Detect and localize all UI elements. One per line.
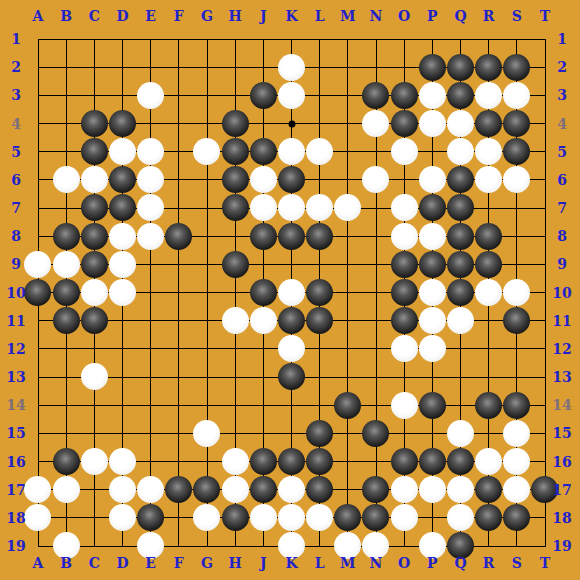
intersection-E14[interactable] (137, 391, 165, 419)
intersection-M17[interactable] (334, 475, 362, 503)
intersection-C2[interactable] (80, 53, 108, 81)
intersection-K11 (277, 306, 305, 334)
intersection-N14[interactable] (362, 391, 390, 419)
intersection-M12[interactable] (334, 335, 362, 363)
intersection-G1[interactable] (193, 25, 221, 53)
intersection-S4 (503, 109, 531, 137)
intersection-K4[interactable] (277, 109, 305, 137)
intersection-G10[interactable] (193, 278, 221, 306)
intersection-E16[interactable] (137, 447, 165, 475)
intersection-N11[interactable] (362, 306, 390, 334)
col-label-top-N: N (370, 9, 383, 23)
intersection-H15[interactable] (221, 419, 249, 447)
intersection-C14[interactable] (80, 391, 108, 419)
row-label-left-9: 9 (11, 257, 21, 271)
intersection-Q11 (446, 306, 474, 334)
intersection-K8 (277, 222, 305, 250)
intersection-H16 (221, 447, 249, 475)
intersection-K16 (277, 447, 305, 475)
col-label-bottom-D: D (116, 556, 128, 570)
intersection-Q10 (446, 278, 474, 306)
intersection-L1[interactable] (305, 25, 333, 53)
intersection-D2[interactable] (108, 53, 136, 81)
intersection-S9[interactable] (503, 250, 531, 278)
intersection-M16[interactable] (334, 447, 362, 475)
intersection-S16 (503, 447, 531, 475)
intersection-P14 (418, 391, 446, 419)
intersection-R14 (474, 391, 502, 419)
intersection-J6 (249, 166, 277, 194)
col-label-top-M: M (340, 9, 356, 23)
intersection-D12[interactable] (108, 335, 136, 363)
white-stone (137, 223, 164, 250)
intersection-B6 (52, 166, 80, 194)
white-stone (109, 279, 136, 306)
intersection-B4[interactable] (52, 109, 80, 137)
intersection-B3[interactable] (52, 81, 80, 109)
intersection-A8[interactable] (24, 222, 52, 250)
intersection-O15[interactable] (390, 419, 418, 447)
white-stone (137, 476, 164, 503)
black-stone (447, 251, 474, 278)
intersection-B5[interactable] (52, 138, 80, 166)
intersection-P5[interactable] (418, 138, 446, 166)
intersection-J9[interactable] (249, 250, 277, 278)
intersection-E10[interactable] (137, 278, 165, 306)
intersection-G11[interactable] (193, 306, 221, 334)
intersection-N9[interactable] (362, 250, 390, 278)
white-stone (391, 335, 418, 362)
intersection-F4[interactable] (165, 109, 193, 137)
intersection-N2[interactable] (362, 53, 390, 81)
col-label-bottom-S: S (512, 556, 522, 570)
intersection-F6[interactable] (165, 166, 193, 194)
intersection-A1[interactable] (24, 25, 52, 53)
intersection-O13[interactable] (390, 363, 418, 391)
black-stone (391, 307, 418, 334)
black-stone (419, 392, 446, 419)
white-stone (419, 476, 446, 503)
intersection-P13[interactable] (418, 363, 446, 391)
intersection-C7 (80, 194, 108, 222)
intersection-G2[interactable] (193, 53, 221, 81)
intersection-G8[interactable] (193, 222, 221, 250)
intersection-H10[interactable] (221, 278, 249, 306)
white-stone (447, 110, 474, 137)
black-stone (334, 392, 361, 419)
intersection-M15[interactable] (334, 419, 362, 447)
intersection-K15[interactable] (277, 419, 305, 447)
white-stone (447, 138, 474, 165)
intersection-A11[interactable] (24, 306, 52, 334)
intersection-G12[interactable] (193, 335, 221, 363)
intersection-K10 (277, 278, 305, 306)
intersection-Q13[interactable] (446, 363, 474, 391)
row-label-right-9: 9 (557, 257, 567, 271)
intersection-B11 (52, 306, 80, 334)
intersection-N13[interactable] (362, 363, 390, 391)
intersection-B2[interactable] (52, 53, 80, 81)
white-stone (278, 335, 305, 362)
intersection-B7[interactable] (52, 194, 80, 222)
intersection-C17[interactable] (80, 475, 108, 503)
black-stone (222, 251, 249, 278)
intersection-F5[interactable] (165, 138, 193, 166)
intersection-Q15 (446, 419, 474, 447)
white-stone (391, 138, 418, 165)
intersection-H1[interactable] (221, 25, 249, 53)
intersection-J15[interactable] (249, 419, 277, 447)
black-stone (447, 166, 474, 193)
intersection-F7[interactable] (165, 194, 193, 222)
intersection-M8[interactable] (334, 222, 362, 250)
intersection-A12[interactable] (24, 335, 52, 363)
white-stone (222, 476, 249, 503)
row-label-right-7: 7 (557, 201, 567, 215)
intersection-D13[interactable] (108, 363, 136, 391)
white-stone (222, 448, 249, 475)
col-label-top-T: T (540, 9, 550, 23)
intersection-G3[interactable] (193, 81, 221, 109)
black-stone (447, 279, 474, 306)
intersection-S7[interactable] (503, 194, 531, 222)
intersection-S11 (503, 306, 531, 334)
intersection-A7[interactable] (24, 194, 52, 222)
intersection-B15[interactable] (52, 419, 80, 447)
intersection-F11[interactable] (165, 306, 193, 334)
intersection-O3 (390, 81, 418, 109)
black-stone (278, 223, 305, 250)
intersection-E15[interactable] (137, 419, 165, 447)
intersection-M11[interactable] (334, 306, 362, 334)
intersection-H2[interactable] (221, 53, 249, 81)
intersection-T4[interactable] (531, 109, 559, 137)
black-stone (278, 363, 305, 390)
intersection-J14[interactable] (249, 391, 277, 419)
intersection-A6[interactable] (24, 166, 52, 194)
intersection-J17 (249, 475, 277, 503)
intersection-F12[interactable] (165, 335, 193, 363)
go-board[interactable]: AABBCCDDEEFFGGHHJJKKLLMMNNOOPPQQRRSSTT11… (0, 0, 580, 580)
intersection-N16[interactable] (362, 447, 390, 475)
black-stone (475, 223, 502, 250)
intersection-D6 (108, 166, 136, 194)
intersection-M4[interactable] (334, 109, 362, 137)
black-stone (165, 476, 192, 503)
black-stone (306, 307, 333, 334)
intersection-J8 (249, 222, 277, 250)
intersection-J1[interactable] (249, 25, 277, 53)
row-label-left-11: 11 (6, 314, 25, 328)
intersection-L6[interactable] (305, 166, 333, 194)
intersection-O6[interactable] (390, 166, 418, 194)
col-label-top-L: L (315, 9, 325, 23)
intersection-J12[interactable] (249, 335, 277, 363)
white-stone (334, 194, 361, 221)
intersection-T5[interactable] (531, 138, 559, 166)
row-label-left-7: 7 (11, 201, 21, 215)
intersection-A4[interactable] (24, 109, 52, 137)
black-stone (306, 420, 333, 447)
intersection-R17 (474, 475, 502, 503)
intersection-L18 (305, 504, 333, 532)
intersection-S8[interactable] (503, 222, 531, 250)
intersection-R13[interactable] (474, 363, 502, 391)
intersection-E2[interactable] (137, 53, 165, 81)
intersection-L17 (305, 475, 333, 503)
intersection-K1[interactable] (277, 25, 305, 53)
intersection-D11[interactable] (108, 306, 136, 334)
intersection-F2[interactable] (165, 53, 193, 81)
intersection-T8[interactable] (531, 222, 559, 250)
row-label-right-10: 10 (552, 286, 571, 300)
white-stone (109, 223, 136, 250)
black-stone (306, 279, 333, 306)
intersection-S1[interactable] (503, 25, 531, 53)
col-label-bottom-R: R (483, 556, 495, 570)
intersection-R1[interactable] (474, 25, 502, 53)
row-label-right-17: 17 (552, 483, 571, 497)
white-stone (81, 363, 108, 390)
intersection-P18[interactable] (418, 504, 446, 532)
intersection-A5[interactable] (24, 138, 52, 166)
intersection-B14[interactable] (52, 391, 80, 419)
intersection-C18[interactable] (80, 504, 108, 532)
intersection-O9 (390, 250, 418, 278)
white-stone (475, 166, 502, 193)
col-label-top-O: O (398, 9, 410, 23)
intersection-M13[interactable] (334, 363, 362, 391)
intersection-F1[interactable] (165, 25, 193, 53)
intersection-S12[interactable] (503, 335, 531, 363)
intersection-E18 (137, 504, 165, 532)
intersection-L9[interactable] (305, 250, 333, 278)
intersection-G9[interactable] (193, 250, 221, 278)
intersection-F13[interactable] (165, 363, 193, 391)
intersection-B18[interactable] (52, 504, 80, 532)
intersection-M5[interactable] (334, 138, 362, 166)
intersection-J13[interactable] (249, 363, 277, 391)
intersection-B13[interactable] (52, 363, 80, 391)
intersection-C3[interactable] (80, 81, 108, 109)
white-stone (503, 420, 530, 447)
intersection-E5 (137, 138, 165, 166)
intersection-B12[interactable] (52, 335, 80, 363)
black-stone (362, 420, 389, 447)
intersection-P9 (418, 250, 446, 278)
intersection-R15[interactable] (474, 419, 502, 447)
intersection-E1[interactable] (137, 25, 165, 53)
intersection-K14[interactable] (277, 391, 305, 419)
white-stone (278, 138, 305, 165)
intersection-H9 (221, 250, 249, 278)
intersection-T6[interactable] (531, 166, 559, 194)
intersection-O17 (390, 475, 418, 503)
intersection-M2[interactable] (334, 53, 362, 81)
intersection-P12 (418, 335, 446, 363)
white-stone (250, 504, 277, 531)
intersection-A15[interactable] (24, 419, 52, 447)
intersection-J3 (249, 81, 277, 109)
intersection-D17 (108, 475, 136, 503)
intersection-N10[interactable] (362, 278, 390, 306)
intersection-F18[interactable] (165, 504, 193, 532)
intersection-H13[interactable] (221, 363, 249, 391)
intersection-G4[interactable] (193, 109, 221, 137)
intersection-G14[interactable] (193, 391, 221, 419)
white-stone (278, 476, 305, 503)
white-stone (109, 448, 136, 475)
intersection-N1[interactable] (362, 25, 390, 53)
black-stone (419, 194, 446, 221)
intersection-O18 (390, 504, 418, 532)
white-stone (137, 166, 164, 193)
intersection-P15[interactable] (418, 419, 446, 447)
row-label-right-2: 2 (557, 60, 567, 74)
white-stone (278, 194, 305, 221)
intersection-E11[interactable] (137, 306, 165, 334)
intersection-D16 (108, 447, 136, 475)
intersection-E13[interactable] (137, 363, 165, 391)
intersection-E12[interactable] (137, 335, 165, 363)
intersection-A16[interactable] (24, 447, 52, 475)
intersection-R16 (474, 447, 502, 475)
white-stone (503, 448, 530, 475)
intersection-L15 (305, 419, 333, 447)
col-label-bottom-O: O (398, 556, 410, 570)
intersection-N8[interactable] (362, 222, 390, 250)
intersection-F16[interactable] (165, 447, 193, 475)
intersection-T3[interactable] (531, 81, 559, 109)
intersection-R7[interactable] (474, 194, 502, 222)
black-stone (362, 504, 389, 531)
white-stone (475, 448, 502, 475)
intersection-R11[interactable] (474, 306, 502, 334)
intersection-L4[interactable] (305, 109, 333, 137)
col-label-top-P: P (427, 9, 438, 23)
intersection-D14[interactable] (108, 391, 136, 419)
row-label-right-12: 12 (552, 342, 571, 356)
intersection-L14[interactable] (305, 391, 333, 419)
intersection-F14[interactable] (165, 391, 193, 419)
intersection-H14[interactable] (221, 391, 249, 419)
intersection-grid[interactable] (24, 25, 559, 560)
intersection-Q6 (446, 166, 474, 194)
intersection-E3 (137, 81, 165, 109)
intersection-O2[interactable] (390, 53, 418, 81)
intersection-K5 (277, 138, 305, 166)
intersection-Q18 (446, 504, 474, 532)
intersection-B1[interactable] (52, 25, 80, 53)
intersection-N12[interactable] (362, 335, 390, 363)
intersection-A13[interactable] (24, 363, 52, 391)
intersection-T7[interactable] (531, 194, 559, 222)
intersection-J4[interactable] (249, 109, 277, 137)
intersection-K9[interactable] (277, 250, 305, 278)
intersection-D5 (108, 138, 136, 166)
intersection-N7[interactable] (362, 194, 390, 222)
black-stone (222, 138, 249, 165)
intersection-M9[interactable] (334, 250, 362, 278)
col-label-bottom-K: K (285, 556, 297, 570)
col-label-bottom-A: A (33, 556, 44, 570)
black-stone (278, 448, 305, 475)
intersection-D15[interactable] (108, 419, 136, 447)
intersection-P1[interactable] (418, 25, 446, 53)
intersection-A14[interactable] (24, 391, 52, 419)
intersection-M1[interactable] (334, 25, 362, 53)
intersection-H8[interactable] (221, 222, 249, 250)
intersection-A3[interactable] (24, 81, 52, 109)
intersection-F3[interactable] (165, 81, 193, 109)
intersection-T1[interactable] (531, 25, 559, 53)
intersection-F15[interactable] (165, 419, 193, 447)
intersection-H12[interactable] (221, 335, 249, 363)
intersection-A2[interactable] (24, 53, 52, 81)
intersection-N5[interactable] (362, 138, 390, 166)
intersection-Q12[interactable] (446, 335, 474, 363)
intersection-O1[interactable] (390, 25, 418, 53)
black-stone (391, 110, 418, 137)
white-stone (109, 138, 136, 165)
intersection-H3[interactable] (221, 81, 249, 109)
intersection-R12[interactable] (474, 335, 502, 363)
intersection-L2[interactable] (305, 53, 333, 81)
intersection-Q1[interactable] (446, 25, 474, 53)
intersection-F9[interactable] (165, 250, 193, 278)
intersection-F10[interactable] (165, 278, 193, 306)
intersection-M6[interactable] (334, 166, 362, 194)
white-stone (250, 194, 277, 221)
intersection-C15[interactable] (80, 419, 108, 447)
intersection-C1[interactable] (80, 25, 108, 53)
intersection-E9[interactable] (137, 250, 165, 278)
intersection-L13[interactable] (305, 363, 333, 391)
intersection-J2[interactable] (249, 53, 277, 81)
intersection-G7[interactable] (193, 194, 221, 222)
col-label-top-A: A (33, 9, 44, 23)
intersection-O8 (390, 222, 418, 250)
black-stone (306, 476, 333, 503)
intersection-D3[interactable] (108, 81, 136, 109)
intersection-D1[interactable] (108, 25, 136, 53)
intersection-T2[interactable] (531, 53, 559, 81)
intersection-E4[interactable] (137, 109, 165, 137)
black-stone (503, 392, 530, 419)
intersection-T9[interactable] (531, 250, 559, 278)
intersection-G6[interactable] (193, 166, 221, 194)
intersection-Q14[interactable] (446, 391, 474, 419)
intersection-M3[interactable] (334, 81, 362, 109)
white-stone (362, 166, 389, 193)
intersection-G16[interactable] (193, 447, 221, 475)
intersection-L12[interactable] (305, 335, 333, 363)
intersection-M10[interactable] (334, 278, 362, 306)
black-stone (53, 448, 80, 475)
intersection-K13 (277, 363, 305, 391)
col-label-top-D: D (116, 9, 128, 23)
black-stone (53, 307, 80, 334)
intersection-E6 (137, 166, 165, 194)
row-label-right-1: 1 (557, 32, 567, 46)
black-stone (222, 166, 249, 193)
intersection-S13[interactable] (503, 363, 531, 391)
intersection-G13[interactable] (193, 363, 221, 391)
intersection-L3[interactable] (305, 81, 333, 109)
intersection-C12[interactable] (80, 335, 108, 363)
intersection-J16 (249, 447, 277, 475)
white-stone (447, 420, 474, 447)
